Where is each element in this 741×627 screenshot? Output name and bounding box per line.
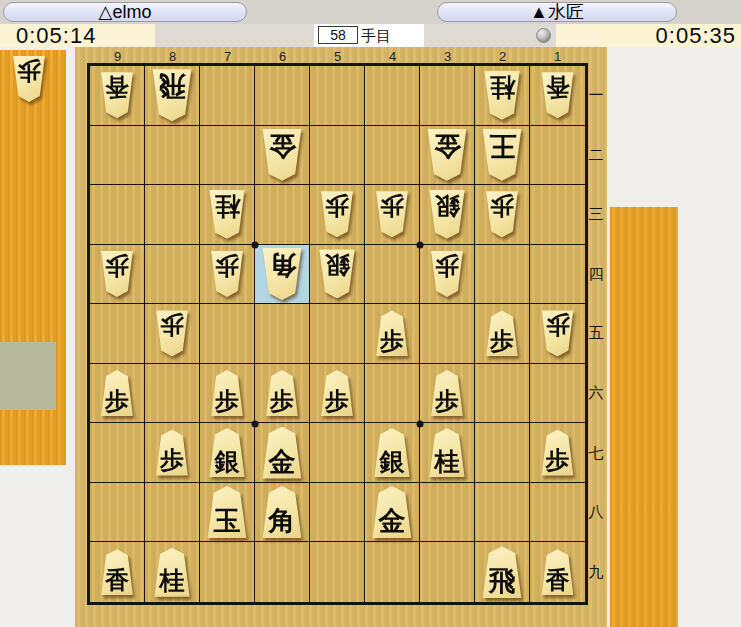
- square-5e[interactable]: [310, 304, 365, 364]
- square-3i[interactable]: [420, 542, 475, 602]
- piece-kanji: 歩: [435, 388, 459, 414]
- square-9d[interactable]: 歩: [90, 245, 145, 305]
- square-3b[interactable]: 金: [420, 126, 475, 186]
- piece-sente-6f[interactable]: 歩: [264, 370, 300, 416]
- square-1b[interactable]: [530, 126, 585, 186]
- piece-gote-2c[interactable]: 歩: [484, 191, 520, 237]
- square-8e[interactable]: 歩: [145, 304, 200, 364]
- piece-body: 歩: [11, 56, 47, 102]
- piece-body: 桂: [482, 71, 522, 120]
- square-1e[interactable]: 歩: [530, 304, 585, 364]
- piece-kanji: 香: [105, 74, 129, 100]
- piece-kanji: 銀: [215, 448, 240, 476]
- square-2i[interactable]: 飛: [475, 542, 530, 602]
- piece-kanji: 金: [269, 447, 296, 477]
- piece-kanji: 桂: [435, 448, 460, 476]
- rank-label-4: 四: [585, 245, 607, 305]
- sente-hand-tray[interactable]: [610, 207, 678, 627]
- piece-kanji: 歩: [490, 193, 514, 219]
- square-4d[interactable]: [365, 245, 420, 305]
- square-8c[interactable]: [145, 185, 200, 245]
- sente-name-label: ▲水匠: [530, 0, 584, 24]
- piece-kanji: 銀: [435, 192, 460, 220]
- piece-body: 飛: [150, 69, 194, 121]
- piece-kanji: 金: [269, 131, 296, 161]
- square-5d[interactable]: 銀: [310, 245, 365, 305]
- piece-body: 歩: [154, 430, 190, 476]
- star-point-icon: [252, 421, 259, 428]
- shogi-board: 987654321 一二三四五六七八九 香飛桂香金金王桂歩歩銀歩歩歩角銀歩歩歩歩…: [75, 47, 607, 627]
- piece-gote-8e[interactable]: 歩: [154, 310, 190, 356]
- square-3f[interactable]: 歩: [420, 364, 475, 424]
- piece-sente-8g[interactable]: 歩: [154, 430, 190, 476]
- piece-kanji: 王: [489, 131, 516, 161]
- square-8h[interactable]: [145, 483, 200, 543]
- piece-sente-9i[interactable]: 香: [99, 549, 135, 595]
- piece-kanji: 香: [546, 567, 570, 593]
- piece-kanji: 歩: [490, 328, 514, 354]
- square-3g[interactable]: 桂: [420, 423, 475, 483]
- piece-body: 桂: [207, 190, 247, 239]
- square-6g[interactable]: 金: [255, 423, 310, 483]
- piece-body: 歩: [374, 191, 410, 237]
- square-7i[interactable]: [200, 542, 255, 602]
- piece-kanji: 桂: [215, 192, 240, 220]
- piece-kanji: 歩: [380, 328, 404, 354]
- square-8a[interactable]: 飛: [145, 66, 200, 126]
- piece-sente-2e[interactable]: 歩: [484, 310, 520, 356]
- piece-sente-1g[interactable]: 歩: [540, 430, 576, 476]
- piece-kanji: 角: [269, 506, 296, 536]
- piece-kanji: 香: [546, 74, 570, 100]
- piece-gote-8a[interactable]: 飛: [150, 69, 194, 121]
- rank-label-6: 六: [585, 364, 607, 424]
- piece-gote-9d[interactable]: 歩: [99, 251, 135, 297]
- piece-kanji: 玉: [214, 506, 241, 536]
- file-labels: 987654321: [90, 49, 585, 65]
- piece-gote-3b[interactable]: 金: [425, 129, 469, 181]
- square-5f[interactable]: 歩: [310, 364, 365, 424]
- square-2g[interactable]: [475, 423, 530, 483]
- piece-body: 角: [260, 486, 304, 538]
- piece-body: 香: [540, 72, 576, 118]
- piece-sente-9f[interactable]: 歩: [99, 370, 135, 416]
- board-grid: 香飛桂香金金王桂歩歩銀歩歩歩角銀歩歩歩歩歩歩歩歩歩歩歩銀金銀桂歩玉角金香桂飛香: [87, 63, 588, 605]
- piece-body: 歩: [319, 370, 355, 416]
- square-6b[interactable]: 金: [255, 126, 310, 186]
- piece-body: 銀: [372, 428, 412, 477]
- piece-kanji: 歩: [546, 447, 570, 473]
- piece-body: 歩: [429, 370, 465, 416]
- piece-gote-1a[interactable]: 香: [540, 72, 576, 118]
- piece-kanji: 歩: [17, 58, 41, 84]
- square-4f[interactable]: [365, 364, 420, 424]
- piece-body: 金: [370, 486, 414, 538]
- piece-body: 銀: [207, 428, 247, 477]
- piece-kanji: 金: [434, 131, 461, 161]
- square-1g[interactable]: 歩: [530, 423, 585, 483]
- file-label-9: 9: [90, 49, 145, 65]
- square-7a[interactable]: [200, 66, 255, 126]
- piece-body: 歩: [540, 310, 576, 356]
- piece-gote-2a[interactable]: 桂: [482, 71, 522, 120]
- square-5a[interactable]: [310, 66, 365, 126]
- star-point-icon: [417, 421, 424, 428]
- piece-body: 歩: [154, 310, 190, 356]
- piece-body: 歩: [374, 310, 410, 356]
- piece-body: 桂: [152, 548, 192, 597]
- square-7d[interactable]: 歩: [200, 245, 255, 305]
- rank-label-3: 三: [585, 185, 607, 245]
- piece-sente-2i[interactable]: 飛: [480, 546, 524, 598]
- shogi-app-window: { "game": "shogi", "header": { "gote_pla…: [0, 0, 741, 627]
- piece-body: 歩: [319, 191, 355, 237]
- square-3c[interactable]: 銀: [420, 185, 475, 245]
- gote-tray-marker: [0, 342, 56, 410]
- piece-kanji: 飛: [489, 566, 516, 596]
- square-3e[interactable]: [420, 304, 475, 364]
- square-1c[interactable]: [530, 185, 585, 245]
- square-9i[interactable]: 香: [90, 542, 145, 602]
- piece-sente-6g[interactable]: 金: [260, 427, 304, 479]
- piece-body: 歩: [264, 370, 300, 416]
- piece-kanji: 銀: [380, 448, 405, 476]
- piece-gote-3c[interactable]: 銀: [427, 190, 467, 239]
- piece-kanji: 銀: [325, 251, 350, 279]
- rank-label-8: 八: [585, 483, 607, 543]
- square-4b[interactable]: [365, 126, 420, 186]
- square-9e[interactable]: [90, 304, 145, 364]
- piece-gote-7d[interactable]: 歩: [209, 251, 245, 297]
- piece-body: 桂: [427, 428, 467, 477]
- piece-body: 王: [480, 129, 524, 181]
- square-4c[interactable]: 歩: [365, 185, 420, 245]
- piece-gote-6b[interactable]: 金: [260, 129, 304, 181]
- piece-gote-1e[interactable]: 歩: [540, 310, 576, 356]
- piece-kanji: 桂: [490, 73, 515, 101]
- piece-kanji: 歩: [215, 388, 239, 414]
- square-6f[interactable]: 歩: [255, 364, 310, 424]
- square-6e[interactable]: [255, 304, 310, 364]
- piece-body: 歩: [429, 251, 465, 297]
- file-label-3: 3: [420, 49, 475, 65]
- square-6i[interactable]: [255, 542, 310, 602]
- rank-label-1: 一: [585, 66, 607, 126]
- square-4e[interactable]: 歩: [365, 304, 420, 364]
- rank-label-7: 七: [585, 423, 607, 483]
- square-1f[interactable]: [530, 364, 585, 424]
- square-2c[interactable]: 歩: [475, 185, 530, 245]
- piece-kanji: 歩: [215, 253, 239, 279]
- square-7g[interactable]: 銀: [200, 423, 255, 483]
- square-5g[interactable]: [310, 423, 365, 483]
- piece-kanji: 歩: [546, 312, 570, 338]
- gote-name-label: △elmo: [99, 1, 152, 23]
- square-5i[interactable]: [310, 542, 365, 602]
- piece-kanji: 歩: [380, 193, 404, 219]
- square-6c[interactable]: [255, 185, 310, 245]
- piece-sente-4g[interactable]: 銀: [372, 428, 412, 477]
- piece-kanji: 歩: [160, 312, 184, 338]
- piece-sente-7h[interactable]: 玉: [205, 486, 249, 538]
- square-8d[interactable]: [145, 245, 200, 305]
- piece-body: 歩: [484, 310, 520, 356]
- square-7e[interactable]: [200, 304, 255, 364]
- piece-sente-5f[interactable]: 歩: [319, 370, 355, 416]
- gote-clock-value: 0:05:14: [16, 23, 96, 49]
- piece-sente-4h[interactable]: 金: [370, 486, 414, 538]
- piece-body: 香: [540, 549, 576, 595]
- piece-body: 金: [260, 129, 304, 181]
- piece-kanji: 歩: [435, 253, 459, 279]
- rank-label-2: 二: [585, 126, 607, 186]
- square-9f[interactable]: 歩: [90, 364, 145, 424]
- piece-body: 香: [99, 549, 135, 595]
- piece-kanji: 角: [269, 250, 296, 280]
- sente-clock-value: 0:05:35: [656, 23, 736, 49]
- turn-indicator-orb-icon: [536, 28, 551, 43]
- square-5h[interactable]: [310, 483, 365, 543]
- piece-kanji: 金: [379, 506, 406, 536]
- square-1a[interactable]: 香: [530, 66, 585, 126]
- square-7b[interactable]: [200, 126, 255, 186]
- move-counter-label: 手目: [361, 27, 391, 46]
- square-1d[interactable]: [530, 245, 585, 305]
- square-2a[interactable]: 桂: [475, 66, 530, 126]
- square-1i[interactable]: 香: [530, 542, 585, 602]
- rank-label-9: 九: [585, 542, 607, 602]
- piece-kanji: 飛: [159, 71, 186, 101]
- star-point-icon: [252, 242, 259, 249]
- piece-gote-2b[interactable]: 王: [480, 129, 524, 181]
- gote-hand-tray[interactable]: 歩: [0, 50, 66, 465]
- piece-kanji: 歩: [105, 253, 129, 279]
- square-1h[interactable]: [530, 483, 585, 543]
- piece-gote-5c[interactable]: 歩: [319, 191, 355, 237]
- gote-name-plate[interactable]: △elmo: [3, 2, 247, 22]
- square-2e[interactable]: 歩: [475, 304, 530, 364]
- piece-sente-4e[interactable]: 歩: [374, 310, 410, 356]
- file-label-7: 7: [200, 49, 255, 65]
- piece-sente-3g[interactable]: 桂: [427, 428, 467, 477]
- piece-body: 歩: [484, 191, 520, 237]
- square-4h[interactable]: 金: [365, 483, 420, 543]
- square-7h[interactable]: 玉: [200, 483, 255, 543]
- square-5b[interactable]: [310, 126, 365, 186]
- gote-clock: 0:05:14: [0, 24, 155, 47]
- file-label-6: 6: [255, 49, 310, 65]
- piece-body: 玉: [205, 486, 249, 538]
- file-label-4: 4: [365, 49, 420, 65]
- square-9h[interactable]: [90, 483, 145, 543]
- square-4i[interactable]: [365, 542, 420, 602]
- square-2f[interactable]: [475, 364, 530, 424]
- file-label-8: 8: [145, 49, 200, 65]
- square-6a[interactable]: [255, 66, 310, 126]
- piece-kanji: 歩: [270, 388, 294, 414]
- piece-body: 銀: [317, 249, 357, 298]
- piece-sente-8i[interactable]: 桂: [152, 548, 192, 597]
- piece-gote-3d[interactable]: 歩: [429, 251, 465, 297]
- piece-kanji: 歩: [325, 193, 349, 219]
- square-3d[interactable]: 歩: [420, 245, 475, 305]
- piece-body: 香: [99, 72, 135, 118]
- piece-sente-1i[interactable]: 香: [540, 549, 576, 595]
- piece-kanji: 歩: [105, 388, 129, 414]
- piece-body: 歩: [540, 430, 576, 476]
- piece-body: 金: [425, 129, 469, 181]
- square-7c[interactable]: 桂: [200, 185, 255, 245]
- square-9b[interactable]: [90, 126, 145, 186]
- square-2h[interactable]: [475, 483, 530, 543]
- square-4a[interactable]: [365, 66, 420, 126]
- file-label-2: 2: [475, 49, 530, 65]
- piece-kanji: 歩: [325, 388, 349, 414]
- square-8g[interactable]: 歩: [145, 423, 200, 483]
- rank-labels: 一二三四五六七八九: [585, 66, 607, 602]
- square-7f[interactable]: 歩: [200, 364, 255, 424]
- piece-gote-7c[interactable]: 桂: [207, 190, 247, 239]
- square-6h[interactable]: 角: [255, 483, 310, 543]
- square-9c[interactable]: [90, 185, 145, 245]
- square-8i[interactable]: 桂: [145, 542, 200, 602]
- rank-label-5: 五: [585, 304, 607, 364]
- square-2b[interactable]: 王: [475, 126, 530, 186]
- square-6d[interactable]: 角: [255, 245, 310, 305]
- piece-gote-gote-hand[interactable]: 歩: [11, 56, 47, 102]
- piece-body: 飛: [480, 546, 524, 598]
- square-3h[interactable]: [420, 483, 475, 543]
- square-8b[interactable]: [145, 126, 200, 186]
- piece-body: 銀: [427, 190, 467, 239]
- piece-kanji: 桂: [160, 567, 185, 595]
- piece-gote-9a[interactable]: 香: [99, 72, 135, 118]
- piece-gote-6d[interactable]: 角: [260, 248, 304, 300]
- move-counter-box: 58: [318, 26, 358, 44]
- piece-body: 金: [260, 427, 304, 479]
- file-label-1: 1: [530, 49, 585, 65]
- piece-kanji: 香: [105, 567, 129, 593]
- file-label-5: 5: [310, 49, 365, 65]
- piece-kanji: 歩: [160, 447, 184, 473]
- piece-sente-6h[interactable]: 角: [260, 486, 304, 538]
- piece-gote-4c[interactable]: 歩: [374, 191, 410, 237]
- piece-body: 角: [260, 248, 304, 300]
- square-2d[interactable]: [475, 245, 530, 305]
- square-9g[interactable]: [90, 423, 145, 483]
- square-9a[interactable]: 香: [90, 66, 145, 126]
- sente-name-plate[interactable]: ▲水匠: [437, 2, 677, 22]
- piece-sente-7f[interactable]: 歩: [209, 370, 245, 416]
- square-8f[interactable]: [145, 364, 200, 424]
- star-point-icon: [417, 242, 424, 249]
- piece-sente-7g[interactable]: 銀: [207, 428, 247, 477]
- square-5c[interactable]: 歩: [310, 185, 365, 245]
- piece-body: 歩: [209, 370, 245, 416]
- piece-sente-3f[interactable]: 歩: [429, 370, 465, 416]
- square-3a[interactable]: [420, 66, 475, 126]
- piece-body: 歩: [99, 370, 135, 416]
- piece-body: 歩: [99, 251, 135, 297]
- piece-body: 歩: [209, 251, 245, 297]
- sente-clock: 0:05:35: [556, 24, 741, 47]
- move-counter-value: 58: [330, 27, 346, 43]
- square-4g[interactable]: 銀: [365, 423, 420, 483]
- piece-gote-5d[interactable]: 銀: [317, 249, 357, 298]
